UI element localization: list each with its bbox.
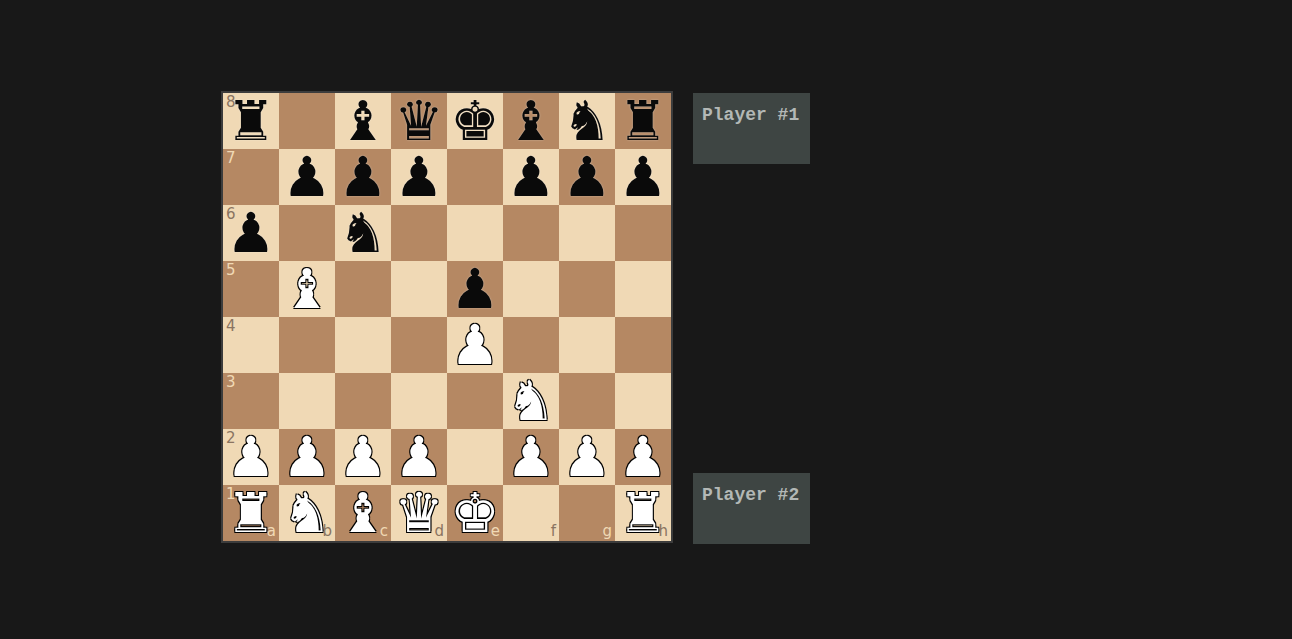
square-e2[interactable] xyxy=(447,429,503,485)
piece-white-knight[interactable]: ♞ xyxy=(282,485,331,541)
piece-white-king[interactable]: ♚ xyxy=(450,485,499,541)
square-d1[interactable]: d♛ xyxy=(391,485,447,541)
square-g6[interactable] xyxy=(559,205,615,261)
piece-black-bishop[interactable]: ♝ xyxy=(338,93,387,149)
square-g2[interactable]: ♟ xyxy=(559,429,615,485)
square-f2[interactable]: ♟ xyxy=(503,429,559,485)
piece-black-pawn[interactable]: ♟ xyxy=(338,149,387,205)
square-c8[interactable]: ♝ xyxy=(335,93,391,149)
square-a5[interactable]: 5 xyxy=(223,261,279,317)
piece-white-knight[interactable]: ♞ xyxy=(506,373,555,429)
square-b5[interactable]: ♝ xyxy=(279,261,335,317)
square-f4[interactable] xyxy=(503,317,559,373)
square-e3[interactable] xyxy=(447,373,503,429)
piece-white-pawn[interactable]: ♟ xyxy=(618,429,667,485)
square-c6[interactable]: ♞ xyxy=(335,205,391,261)
square-d4[interactable] xyxy=(391,317,447,373)
piece-white-pawn[interactable]: ♟ xyxy=(282,429,331,485)
square-d7[interactable]: ♟ xyxy=(391,149,447,205)
square-a8[interactable]: 8♜ xyxy=(223,93,279,149)
piece-black-pawn[interactable]: ♟ xyxy=(450,261,499,317)
chessboard-frame: 8♜♝♛♚♝♞♜7♟♟♟♟♟♟6♟♞5♝♟4♟3♞2♟♟♟♟♟♟♟1a♜b♞c♝… xyxy=(221,91,673,543)
square-d3[interactable] xyxy=(391,373,447,429)
piece-black-rook[interactable]: ♜ xyxy=(618,93,667,149)
player1-panel: Player #1 xyxy=(693,93,810,164)
chessboard: 8♜♝♛♚♝♞♜7♟♟♟♟♟♟6♟♞5♝♟4♟3♞2♟♟♟♟♟♟♟1a♜b♞c♝… xyxy=(223,93,671,541)
square-f3[interactable]: ♞ xyxy=(503,373,559,429)
rank-label-7: 7 xyxy=(226,151,236,166)
square-c1[interactable]: c♝ xyxy=(335,485,391,541)
square-h7[interactable]: ♟ xyxy=(615,149,671,205)
square-d2[interactable]: ♟ xyxy=(391,429,447,485)
square-a4[interactable]: 4 xyxy=(223,317,279,373)
piece-white-rook[interactable]: ♜ xyxy=(618,485,667,541)
piece-black-pawn[interactable]: ♟ xyxy=(506,149,555,205)
page-root: 8♜♝♛♚♝♞♜7♟♟♟♟♟♟6♟♞5♝♟4♟3♞2♟♟♟♟♟♟♟1a♜b♞c♝… xyxy=(0,0,1292,639)
piece-black-knight[interactable]: ♞ xyxy=(338,205,387,261)
rank-label-3: 3 xyxy=(226,375,236,390)
square-h4[interactable] xyxy=(615,317,671,373)
square-f8[interactable]: ♝ xyxy=(503,93,559,149)
square-f1[interactable]: f xyxy=(503,485,559,541)
piece-white-queen[interactable]: ♛ xyxy=(394,485,443,541)
square-e4[interactable]: ♟ xyxy=(447,317,503,373)
piece-white-pawn[interactable]: ♟ xyxy=(338,429,387,485)
piece-white-rook[interactable]: ♜ xyxy=(226,485,275,541)
piece-black-rook[interactable]: ♜ xyxy=(226,93,275,149)
piece-white-bishop[interactable]: ♝ xyxy=(282,261,331,317)
piece-white-pawn[interactable]: ♟ xyxy=(506,429,555,485)
piece-black-pawn[interactable]: ♟ xyxy=(226,205,275,261)
player2-label: Player #2 xyxy=(702,485,799,505)
square-g5[interactable] xyxy=(559,261,615,317)
piece-black-king[interactable]: ♚ xyxy=(450,93,499,149)
square-c2[interactable]: ♟ xyxy=(335,429,391,485)
square-h8[interactable]: ♜ xyxy=(615,93,671,149)
player1-label: Player #1 xyxy=(702,105,799,125)
square-b4[interactable] xyxy=(279,317,335,373)
square-b3[interactable] xyxy=(279,373,335,429)
piece-black-bishop[interactable]: ♝ xyxy=(506,93,555,149)
piece-white-pawn[interactable]: ♟ xyxy=(450,317,499,373)
square-e7[interactable] xyxy=(447,149,503,205)
square-b8[interactable] xyxy=(279,93,335,149)
square-e1[interactable]: e♚ xyxy=(447,485,503,541)
square-f5[interactable] xyxy=(503,261,559,317)
square-e8[interactable]: ♚ xyxy=(447,93,503,149)
square-a1[interactable]: 1a♜ xyxy=(223,485,279,541)
square-g4[interactable] xyxy=(559,317,615,373)
square-h1[interactable]: h♜ xyxy=(615,485,671,541)
square-d8[interactable]: ♛ xyxy=(391,93,447,149)
square-b7[interactable]: ♟ xyxy=(279,149,335,205)
piece-white-pawn[interactable]: ♟ xyxy=(562,429,611,485)
square-a2[interactable]: 2♟ xyxy=(223,429,279,485)
square-a6[interactable]: 6♟ xyxy=(223,205,279,261)
square-h6[interactable] xyxy=(615,205,671,261)
rank-label-5: 5 xyxy=(226,263,236,278)
piece-white-bishop[interactable]: ♝ xyxy=(338,485,387,541)
piece-black-queen[interactable]: ♛ xyxy=(394,93,443,149)
piece-white-pawn[interactable]: ♟ xyxy=(226,429,275,485)
piece-black-pawn[interactable]: ♟ xyxy=(562,149,611,205)
square-c7[interactable]: ♟ xyxy=(335,149,391,205)
square-h3[interactable] xyxy=(615,373,671,429)
square-c5[interactable] xyxy=(335,261,391,317)
piece-black-knight[interactable]: ♞ xyxy=(562,93,611,149)
square-d5[interactable] xyxy=(391,261,447,317)
square-d6[interactable] xyxy=(391,205,447,261)
rank-label-4: 4 xyxy=(226,319,236,334)
player2-panel: Player #2 xyxy=(693,473,810,544)
square-b1[interactable]: b♞ xyxy=(279,485,335,541)
square-a3[interactable]: 3 xyxy=(223,373,279,429)
piece-black-pawn[interactable]: ♟ xyxy=(394,149,443,205)
square-g1[interactable]: g xyxy=(559,485,615,541)
piece-black-pawn[interactable]: ♟ xyxy=(282,149,331,205)
file-label-g: g xyxy=(602,524,612,539)
piece-black-pawn[interactable]: ♟ xyxy=(618,149,667,205)
square-h5[interactable] xyxy=(615,261,671,317)
square-b6[interactable] xyxy=(279,205,335,261)
square-f6[interactable] xyxy=(503,205,559,261)
square-a7[interactable]: 7 xyxy=(223,149,279,205)
square-e6[interactable] xyxy=(447,205,503,261)
square-b2[interactable]: ♟ xyxy=(279,429,335,485)
file-label-f: f xyxy=(551,524,556,539)
square-c3[interactable] xyxy=(335,373,391,429)
square-g7[interactable]: ♟ xyxy=(559,149,615,205)
square-f7[interactable]: ♟ xyxy=(503,149,559,205)
square-g8[interactable]: ♞ xyxy=(559,93,615,149)
square-g3[interactable] xyxy=(559,373,615,429)
square-e5[interactable]: ♟ xyxy=(447,261,503,317)
square-c4[interactable] xyxy=(335,317,391,373)
piece-white-pawn[interactable]: ♟ xyxy=(394,429,443,485)
square-h2[interactable]: ♟ xyxy=(615,429,671,485)
